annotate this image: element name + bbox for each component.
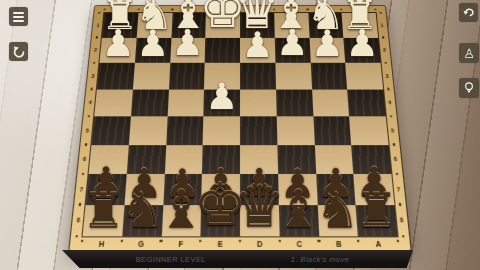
rank-label-right-3: 3 — [382, 63, 393, 89]
piece-white-pawn-a2[interactable]: ♟ — [345, 25, 378, 62]
piece-white-pawn-c2[interactable]: ♟ — [276, 26, 308, 62]
square-d3[interactable] — [240, 63, 276, 89]
frame-screw-dot — [90, 88, 93, 90]
square-a4[interactable] — [347, 89, 385, 116]
rank-label-right-4: 4 — [384, 89, 395, 116]
frame-screw-dot — [84, 143, 87, 146]
hamburger-icon — [13, 12, 24, 22]
square-f5[interactable] — [166, 116, 204, 144]
app-stage: 12345678 12345678 HGFEDCBA BEGINNER LEVE… — [0, 0, 480, 270]
level-label: BEGINNER LEVEL — [118, 250, 223, 268]
square-a3[interactable] — [345, 63, 383, 89]
square-c5[interactable] — [276, 116, 314, 144]
square-h5[interactable] — [91, 116, 130, 144]
pawn-icon: ♙ — [463, 47, 475, 60]
file-label-g: G — [121, 237, 161, 249]
board-front-edge: BEGINNER LEVEL 1. Black's move — [62, 250, 413, 268]
square-e5[interactable] — [203, 116, 240, 144]
square-b3[interactable] — [310, 63, 347, 89]
frame-screw-dot — [78, 203, 81, 206]
restart-button[interactable] — [9, 42, 28, 61]
square-c4[interactable] — [276, 89, 313, 116]
square-h3[interactable] — [97, 63, 135, 89]
rank-label-right-2: 2 — [379, 37, 390, 62]
file-label-a: A — [358, 237, 399, 249]
file-label-c: C — [279, 237, 319, 249]
rank-label-right-5: 5 — [387, 116, 399, 144]
square-f4[interactable] — [167, 89, 204, 116]
square-g3[interactable] — [133, 63, 170, 89]
piece-white-pawn-b2[interactable]: ♟ — [311, 25, 344, 61]
piece-white-pawn-d2[interactable]: ♟ — [242, 26, 274, 61]
file-label-b: B — [319, 237, 359, 249]
piece-white-pawn-e4[interactable]: ♟ — [205, 79, 238, 115]
restart-icon — [12, 45, 26, 59]
square-e2[interactable] — [205, 37, 240, 62]
piece-black-knight-b8[interactable]: ♞ — [316, 186, 360, 235]
undo-arrow-icon — [462, 6, 476, 20]
square-g5[interactable] — [129, 116, 168, 144]
file-label-f: F — [161, 237, 201, 249]
player-button[interactable]: ♙ — [459, 43, 479, 63]
file-label-e: E — [200, 237, 240, 249]
piece-white-pawn-f2[interactable]: ♟ — [172, 26, 204, 62]
menu-button[interactable] — [9, 7, 28, 26]
piece-black-rook-h8[interactable]: ♜ — [82, 187, 125, 235]
square-g4[interactable] — [131, 89, 169, 116]
square-c3[interactable] — [275, 63, 311, 89]
frame-screw-dot — [95, 36, 98, 38]
square-h4[interactable] — [94, 89, 132, 116]
file-label-h: H — [81, 237, 122, 249]
square-b5[interactable] — [313, 116, 352, 144]
frame-screw-dot — [75, 235, 78, 238]
move-indicator: 1. Black's move — [266, 250, 375, 268]
piece-white-pawn-g2[interactable]: ♟ — [136, 25, 169, 61]
piece-white-pawn-h2[interactable]: ♟ — [101, 25, 134, 62]
piece-black-rook-a8[interactable]: ♜ — [355, 187, 398, 235]
undo-button[interactable] — [459, 3, 478, 22]
square-a5[interactable] — [349, 116, 388, 144]
square-b4[interactable] — [312, 89, 350, 116]
lightbulb-icon — [462, 81, 476, 95]
square-d5[interactable] — [240, 116, 277, 144]
square-d4[interactable] — [240, 89, 276, 116]
hint-button[interactable] — [459, 78, 479, 98]
file-label-d: D — [240, 237, 280, 249]
square-f3[interactable] — [168, 63, 204, 89]
